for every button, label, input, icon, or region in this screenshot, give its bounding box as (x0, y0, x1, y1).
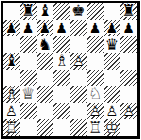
square-b4[interactable] (20, 70, 37, 87)
piece-black-pawn: ♟ (20, 20, 37, 37)
piece-white-bishop: ♝♗ (3, 86, 20, 103)
square-c5[interactable] (37, 53, 54, 70)
square-e5[interactable]: ♟♙ (70, 53, 87, 70)
square-a6[interactable] (3, 36, 20, 53)
piece-white-queen: ♛♕ (20, 86, 37, 103)
square-e8[interactable]: ♚ (70, 3, 87, 20)
piece-white-pawn: ♟♙ (3, 103, 20, 120)
square-b3[interactable]: ♛♕ (20, 86, 37, 103)
square-f5[interactable] (87, 53, 104, 70)
square-a3[interactable]: ♝♗ (3, 86, 20, 103)
square-d5[interactable]: ♝♗ (53, 53, 70, 70)
piece-black-pawn: ♟ (104, 20, 121, 37)
square-h3[interactable] (120, 86, 137, 103)
square-e7[interactable] (70, 20, 87, 37)
square-g8[interactable] (104, 3, 121, 20)
square-h2[interactable]: ♟♙ (120, 103, 137, 120)
piece-white-knight: ♞♘ (87, 86, 104, 103)
square-f3[interactable]: ♞♘ (87, 86, 104, 103)
square-e1[interactable] (70, 119, 87, 136)
piece-black-king: ♚ (70, 3, 87, 20)
square-g2[interactable]: ♟♙ (104, 103, 121, 120)
piece-white-pawn: ♟♙ (87, 103, 104, 120)
square-f6[interactable] (87, 36, 104, 53)
square-a7[interactable]: ♟ (3, 20, 20, 37)
piece-black-pawn: ♟ (37, 20, 54, 37)
piece-black-pawn: ♟ (53, 20, 70, 37)
square-d1[interactable] (53, 119, 70, 136)
square-h1[interactable] (120, 119, 137, 136)
square-f4[interactable] (87, 70, 104, 87)
square-a5[interactable]: ♝ (3, 53, 20, 70)
square-e2[interactable] (70, 103, 87, 120)
piece-black-pawn: ♟ (87, 20, 104, 37)
chess-board: ♜♝♚♜♟♟♟♟♟♟♟♞♛♝♝♗♟♙♝♗♛♕♞♘♟♙♟♙♟♙♟♙♜♖♜♖♚♔ (1, 1, 140, 139)
square-g3[interactable] (104, 86, 121, 103)
square-h4[interactable] (120, 70, 137, 87)
piece-black-rook: ♜ (120, 3, 137, 20)
square-d3[interactable] (53, 86, 70, 103)
square-e6[interactable] (70, 36, 87, 53)
square-g4[interactable] (104, 70, 121, 87)
piece-black-knight: ♞ (37, 36, 54, 53)
square-f1[interactable]: ♜♖ (87, 119, 104, 136)
piece-black-pawn: ♟ (3, 20, 20, 37)
piece-black-bishop: ♝ (37, 3, 54, 20)
square-a8[interactable] (3, 3, 20, 20)
square-a4[interactable] (3, 70, 20, 87)
piece-black-rook: ♜ (20, 3, 37, 20)
square-d4[interactable] (53, 70, 70, 87)
square-d2[interactable] (53, 103, 70, 120)
square-c8[interactable]: ♝ (37, 3, 54, 20)
square-d8[interactable] (53, 3, 70, 20)
square-g5[interactable] (104, 53, 121, 70)
piece-black-bishop: ♝ (3, 53, 20, 70)
square-b1[interactable] (20, 119, 37, 136)
square-d7[interactable]: ♟ (53, 20, 70, 37)
piece-white-king: ♚♔ (104, 119, 121, 136)
square-h8[interactable]: ♜ (120, 3, 137, 20)
square-f7[interactable]: ♟ (87, 20, 104, 37)
square-c2[interactable] (37, 103, 54, 120)
square-e4[interactable] (70, 70, 87, 87)
square-h7[interactable]: ♟ (120, 20, 137, 37)
square-c7[interactable]: ♟ (37, 20, 54, 37)
square-c4[interactable] (37, 70, 54, 87)
square-b6[interactable] (20, 36, 37, 53)
square-f2[interactable]: ♟♙ (87, 103, 104, 120)
piece-black-queen: ♛ (104, 36, 121, 53)
square-b2[interactable] (20, 103, 37, 120)
square-c6[interactable]: ♞ (37, 36, 54, 53)
square-a1[interactable]: ♜♖ (3, 119, 20, 136)
square-d6[interactable] (53, 36, 70, 53)
square-g6[interactable]: ♛ (104, 36, 121, 53)
piece-white-pawn: ♟♙ (104, 103, 121, 120)
square-g7[interactable]: ♟ (104, 20, 121, 37)
square-b8[interactable]: ♜ (20, 3, 37, 20)
square-b5[interactable] (20, 53, 37, 70)
square-h5[interactable] (120, 53, 137, 70)
piece-black-pawn: ♟ (120, 20, 137, 37)
piece-white-pawn: ♟♙ (70, 53, 87, 70)
square-c3[interactable] (37, 86, 54, 103)
square-a2[interactable]: ♟♙ (3, 103, 20, 120)
piece-white-bishop: ♝♗ (53, 53, 70, 70)
square-g1[interactable]: ♚♔ (104, 119, 121, 136)
piece-white-rook: ♜♖ (87, 119, 104, 136)
square-b7[interactable]: ♟ (20, 20, 37, 37)
piece-white-rook: ♜♖ (3, 119, 20, 136)
square-h6[interactable] (120, 36, 137, 53)
square-f8[interactable] (87, 3, 104, 20)
square-e3[interactable] (70, 86, 87, 103)
piece-white-pawn: ♟♙ (120, 103, 137, 120)
square-c1[interactable] (37, 119, 54, 136)
